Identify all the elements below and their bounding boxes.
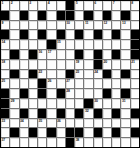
black-cell-r3c2 xyxy=(20,30,28,39)
white-cell-r11c13[interactable] xyxy=(121,109,129,118)
clue-number-28: 28 xyxy=(66,89,70,93)
clue-number-24: 24 xyxy=(94,70,98,74)
white-cell-r14c14[interactable] xyxy=(131,138,139,147)
black-cell-r1c11 xyxy=(103,11,111,20)
white-cell-r11c5[interactable] xyxy=(47,109,55,118)
black-cell-r11c0 xyxy=(1,109,9,118)
white-cell-r9c5[interactable] xyxy=(47,89,55,98)
black-cell-r7c3 xyxy=(29,70,37,79)
white-cell-r8c9[interactable] xyxy=(84,79,92,88)
clue-number-13: 13 xyxy=(122,21,126,25)
crossword-grid: 1234567891011121314151617181920212223242… xyxy=(0,0,140,148)
white-cell-r5c0[interactable] xyxy=(1,50,9,59)
white-cell-r0c9[interactable] xyxy=(84,1,92,10)
white-cell-r8c0[interactable]: 25 xyxy=(1,79,9,88)
white-cell-r2c1[interactable] xyxy=(10,21,18,30)
white-cell-r7c12[interactable] xyxy=(112,70,120,79)
white-cell-r10c5[interactable] xyxy=(47,99,55,108)
white-cell-r7c6[interactable] xyxy=(57,70,65,79)
white-cell-r2c8[interactable] xyxy=(75,21,83,30)
white-cell-r0c11[interactable] xyxy=(103,1,111,10)
white-cell-r7c0[interactable] xyxy=(1,70,9,79)
black-cell-r11c14 xyxy=(131,109,139,118)
black-cell-r5c14 xyxy=(131,50,139,59)
black-cell-r5c8 xyxy=(75,50,83,59)
white-cell-r12c6[interactable]: 36 xyxy=(57,119,65,128)
clue-number-20: 20 xyxy=(103,60,107,64)
black-cell-r4c14 xyxy=(131,40,139,49)
white-cell-r0c2[interactable] xyxy=(20,1,28,10)
black-cell-r9c2 xyxy=(20,89,28,98)
black-cell-r3c0 xyxy=(1,30,9,39)
white-cell-r14c1[interactable] xyxy=(10,138,18,147)
clue-number-23: 23 xyxy=(76,70,80,74)
white-cell-r5c7[interactable] xyxy=(66,50,74,59)
white-cell-r4c12[interactable] xyxy=(112,40,120,49)
white-cell-r2c3[interactable] xyxy=(29,21,37,30)
white-cell-r8c8[interactable] xyxy=(75,79,83,88)
black-cell-r1c0 xyxy=(1,11,9,20)
clue-number-33: 33 xyxy=(2,119,6,123)
white-cell-r8c7[interactable]: 27 xyxy=(66,79,74,88)
clue-number-6: 6 xyxy=(94,1,96,5)
white-cell-r11c1[interactable] xyxy=(10,109,18,118)
white-cell-r5c5[interactable]: 17 xyxy=(47,50,55,59)
clue-number-5: 5 xyxy=(76,1,78,5)
white-cell-r0c3[interactable]: 3 xyxy=(29,1,37,10)
clue-number-25: 25 xyxy=(2,79,6,83)
white-cell-r8c12[interactable] xyxy=(112,79,120,88)
black-cell-r1c7 xyxy=(66,11,74,20)
white-cell-r6c0[interactable]: 18 xyxy=(1,60,9,69)
white-cell-r11c9[interactable]: 32 xyxy=(84,109,92,118)
black-cell-r10c0 xyxy=(1,99,9,108)
white-cell-r8c14[interactable] xyxy=(131,79,139,88)
white-cell-r6c1[interactable] xyxy=(10,60,18,69)
black-cell-r13c7 xyxy=(66,128,74,137)
white-cell-r2c12[interactable] xyxy=(112,21,120,30)
white-cell-r8c2[interactable] xyxy=(20,79,28,88)
white-cell-r12c11[interactable] xyxy=(103,119,111,128)
white-cell-r8c6[interactable] xyxy=(57,79,65,88)
clue-number-19: 19 xyxy=(76,60,80,64)
white-cell-r2c13[interactable]: 13 xyxy=(121,21,129,30)
white-cell-r1c3[interactable] xyxy=(29,11,37,20)
white-cell-r1c12[interactable] xyxy=(112,11,120,20)
black-cell-r7c11 xyxy=(103,70,111,79)
black-cell-r11c12 xyxy=(112,109,120,118)
clue-number-4: 4 xyxy=(48,1,50,5)
black-cell-r11c6 xyxy=(57,109,65,118)
white-cell-r9c3[interactable] xyxy=(29,89,37,98)
white-cell-r4c1[interactable] xyxy=(10,40,18,49)
white-cell-r5c2[interactable] xyxy=(20,50,28,59)
white-cell-r7c2[interactable] xyxy=(20,70,28,79)
white-cell-r5c11[interactable] xyxy=(103,50,111,59)
white-cell-r0c1[interactable]: 2 xyxy=(10,1,18,10)
clue-number-11: 11 xyxy=(85,21,88,25)
black-cell-r3c8 xyxy=(75,30,83,39)
black-cell-r14c7 xyxy=(66,138,74,147)
white-cell-r10c12[interactable] xyxy=(112,99,120,108)
black-cell-r5c10 xyxy=(94,50,102,59)
black-cell-r11c10 xyxy=(94,109,102,118)
white-cell-r7c8[interactable]: 23 xyxy=(75,70,83,79)
clue-number-36: 36 xyxy=(57,119,61,123)
white-cell-r12c13[interactable] xyxy=(121,119,129,128)
black-cell-r13c3 xyxy=(29,128,37,137)
white-cell-r9c9[interactable] xyxy=(84,89,92,98)
white-cell-r14c10[interactable] xyxy=(94,138,102,147)
black-cell-r9c6 xyxy=(57,89,65,98)
white-cell-r10c10[interactable]: 30 xyxy=(94,99,102,108)
clue-number-8: 8 xyxy=(131,1,133,5)
white-cell-r1c5[interactable] xyxy=(47,11,55,20)
white-cell-r10c14[interactable] xyxy=(131,99,139,108)
black-cell-r7c7 xyxy=(66,70,74,79)
black-cell-r11c2 xyxy=(20,109,28,118)
white-cell-r13c6[interactable] xyxy=(57,128,65,137)
white-cell-r6c8[interactable]: 19 xyxy=(75,60,83,69)
white-cell-r10c1[interactable]: 29 xyxy=(10,99,18,108)
black-cell-r11c8 xyxy=(75,109,83,118)
clue-number-16: 16 xyxy=(39,50,43,54)
white-cell-r4c7[interactable] xyxy=(66,40,74,49)
white-cell-r2c14[interactable] xyxy=(131,21,139,30)
white-cell-r12c9[interactable] xyxy=(84,119,92,128)
white-cell-r7c10[interactable]: 24 xyxy=(94,70,102,79)
white-cell-r10c6[interactable] xyxy=(57,99,65,108)
white-cell-r12c4[interactable]: 35 xyxy=(38,119,46,128)
white-cell-r1c1[interactable] xyxy=(10,11,18,20)
black-cell-r5c3 xyxy=(29,50,37,59)
black-cell-r9c13 xyxy=(121,89,129,98)
clue-number-37: 37 xyxy=(2,138,6,142)
black-cell-r4c5 xyxy=(47,40,55,49)
white-cell-r0c4[interactable] xyxy=(38,1,46,10)
white-cell-r14c3[interactable] xyxy=(29,138,37,147)
white-cell-r0c6[interactable] xyxy=(57,1,65,10)
white-cell-r5c9[interactable] xyxy=(84,50,92,59)
white-cell-r6c13[interactable] xyxy=(121,60,129,69)
black-cell-r13c1 xyxy=(10,128,18,137)
white-cell-r0c14[interactable]: 8 xyxy=(131,1,139,10)
white-cell-r14c5[interactable] xyxy=(47,138,55,147)
clue-number-12: 12 xyxy=(103,21,107,25)
clue-number-7: 7 xyxy=(113,1,115,5)
clue-number-22: 22 xyxy=(39,70,43,74)
white-cell-r2c9[interactable]: 11 xyxy=(84,21,92,30)
black-cell-r1c2 xyxy=(20,11,28,20)
black-cell-r3c4 xyxy=(38,30,46,39)
black-cell-r13c8 xyxy=(75,128,83,137)
black-cell-r13c5 xyxy=(47,128,55,137)
white-cell-r14c2[interactable] xyxy=(20,138,28,147)
white-cell-r0c0[interactable]: 1 xyxy=(1,1,9,10)
black-cell-r3c10 xyxy=(94,30,102,39)
white-cell-r13c2[interactable] xyxy=(20,128,28,137)
clue-number-30: 30 xyxy=(94,99,98,103)
white-cell-r8c3[interactable] xyxy=(29,79,37,88)
black-cell-r13c10 xyxy=(94,128,102,137)
white-cell-r6c7[interactable] xyxy=(66,60,74,69)
white-cell-r13c11[interactable] xyxy=(103,128,111,137)
clue-number-29: 29 xyxy=(11,99,15,103)
clue-number-14: 14 xyxy=(2,40,6,44)
white-cell-r11c7[interactable] xyxy=(66,109,74,118)
white-cell-r4c6[interactable]: 15 xyxy=(57,40,65,49)
black-cell-r3c6 xyxy=(57,30,65,39)
white-cell-r11c3[interactable] xyxy=(29,109,37,118)
black-cell-r3c14 xyxy=(131,30,139,39)
white-cell-r6c11[interactable]: 20 xyxy=(103,60,111,69)
white-cell-r14c12[interactable] xyxy=(112,138,120,147)
white-cell-r9c7[interactable]: 28 xyxy=(66,89,74,98)
black-cell-r11c4 xyxy=(38,109,46,118)
black-cell-r1c9 xyxy=(84,11,92,20)
white-cell-r14c8[interactable]: 38 xyxy=(75,138,83,147)
white-cell-r12c1[interactable] xyxy=(10,119,18,128)
white-cell-r3c5[interactable] xyxy=(47,30,55,39)
white-cell-r13c9[interactable] xyxy=(84,128,92,137)
white-cell-r7c14[interactable] xyxy=(131,70,139,79)
white-cell-r0c5[interactable]: 4 xyxy=(47,1,55,10)
white-cell-r2c4[interactable] xyxy=(38,21,46,30)
clue-number-35: 35 xyxy=(39,119,43,123)
white-cell-r8c1[interactable] xyxy=(10,79,18,88)
black-cell-r6c10 xyxy=(94,60,102,69)
white-cell-r10c13[interactable]: 31 xyxy=(121,99,129,108)
black-cell-r13c14 xyxy=(131,128,139,137)
white-cell-r2c0[interactable]: 9 xyxy=(1,21,9,30)
black-cell-r0c7 xyxy=(66,1,74,10)
white-cell-r4c0[interactable]: 14 xyxy=(1,40,9,49)
white-cell-r4c8[interactable] xyxy=(75,40,83,49)
white-cell-r10c8[interactable] xyxy=(75,99,83,108)
clue-number-27: 27 xyxy=(66,79,70,83)
white-cell-r6c6[interactable] xyxy=(57,60,65,69)
white-cell-r3c9[interactable] xyxy=(84,30,92,39)
clue-number-9: 9 xyxy=(2,21,4,25)
white-cell-r12c0[interactable]: 33 xyxy=(1,119,9,128)
white-cell-r10c3[interactable] xyxy=(29,99,37,108)
white-cell-r4c9[interactable] xyxy=(84,40,92,49)
white-cell-r4c10[interactable] xyxy=(94,40,102,49)
white-cell-r14c11[interactable] xyxy=(103,138,111,147)
white-cell-r13c13[interactable] xyxy=(121,128,129,137)
white-cell-r6c9[interactable] xyxy=(84,60,92,69)
white-cell-r8c11[interactable] xyxy=(103,79,111,88)
white-cell-r8c5[interactable]: 26 xyxy=(47,79,55,88)
clue-number-1: 1 xyxy=(2,1,4,5)
white-cell-r13c4[interactable] xyxy=(38,128,46,137)
white-cell-r14c6[interactable] xyxy=(57,138,65,147)
white-cell-r6c4[interactable] xyxy=(38,60,46,69)
white-cell-r14c4[interactable] xyxy=(38,138,46,147)
white-cell-r12c2[interactable]: 34 xyxy=(20,119,28,128)
white-cell-r1c8[interactable] xyxy=(75,11,83,20)
white-cell-r12c5[interactable] xyxy=(47,119,55,128)
clue-number-31: 31 xyxy=(122,99,126,103)
clue-number-18: 18 xyxy=(2,60,6,64)
white-cell-r6c12[interactable] xyxy=(112,60,120,69)
white-cell-r11c11[interactable] xyxy=(103,109,111,118)
white-cell-r10c2[interactable] xyxy=(20,99,28,108)
white-cell-r0c13[interactable] xyxy=(121,1,129,10)
white-cell-r4c13[interactable] xyxy=(121,40,129,49)
black-cell-r5c12 xyxy=(112,50,120,59)
white-cell-r4c2[interactable] xyxy=(20,40,28,49)
white-cell-r9c14[interactable] xyxy=(131,89,139,98)
white-cell-r14c13[interactable] xyxy=(121,138,129,147)
white-cell-r12c8[interactable] xyxy=(75,119,83,128)
white-cell-r7c9[interactable] xyxy=(84,70,92,79)
clue-number-38: 38 xyxy=(76,138,80,142)
black-cell-r1c6 xyxy=(57,11,65,20)
white-cell-r0c10[interactable]: 6 xyxy=(94,1,102,10)
white-cell-r2c11[interactable]: 12 xyxy=(103,21,111,30)
white-cell-r2c5[interactable] xyxy=(47,21,55,30)
crossword-puzzle: 1234567891011121314151617181920212223242… xyxy=(0,0,140,148)
clue-number-15: 15 xyxy=(57,40,61,44)
white-cell-r5c4[interactable]: 16 xyxy=(38,50,46,59)
white-cell-r2c2[interactable] xyxy=(20,21,28,30)
white-cell-r12c7[interactable] xyxy=(66,119,74,128)
white-cell-r14c9[interactable] xyxy=(84,138,92,147)
white-cell-r10c4[interactable] xyxy=(38,99,46,108)
black-cell-r13c12 xyxy=(112,128,120,137)
white-cell-r6c14[interactable]: 21 xyxy=(131,60,139,69)
white-cell-r6c3[interactable] xyxy=(29,60,37,69)
white-cell-r2c7[interactable]: 10 xyxy=(66,21,74,30)
black-cell-r9c4 xyxy=(38,89,46,98)
clue-number-34: 34 xyxy=(20,119,24,123)
white-cell-r14c0[interactable]: 37 xyxy=(1,138,9,147)
clue-number-26: 26 xyxy=(48,79,52,83)
white-cell-r4c4[interactable] xyxy=(38,40,46,49)
white-cell-r0c12[interactable]: 7 xyxy=(112,1,120,10)
white-cell-r9c12[interactable] xyxy=(112,89,120,98)
black-cell-r1c13 xyxy=(121,11,129,20)
white-cell-r8c10[interactable] xyxy=(94,79,102,88)
black-cell-r9c11 xyxy=(103,89,111,98)
white-cell-r10c7[interactable] xyxy=(66,99,74,108)
black-cell-r7c1 xyxy=(10,70,18,79)
clue-number-17: 17 xyxy=(48,50,52,54)
white-cell-r7c4[interactable]: 22 xyxy=(38,70,46,79)
white-cell-r3c11[interactable] xyxy=(103,30,111,39)
white-cell-r9c10[interactable] xyxy=(94,89,102,98)
white-cell-r4c11[interactable] xyxy=(103,40,111,49)
white-cell-r2c6[interactable] xyxy=(57,21,65,30)
clue-number-32: 32 xyxy=(85,109,89,113)
white-cell-r6c2[interactable] xyxy=(20,60,28,69)
white-cell-r3c1[interactable] xyxy=(10,30,18,39)
white-cell-r7c5[interactable] xyxy=(47,70,55,79)
clue-number-3: 3 xyxy=(29,1,31,5)
white-cell-r0c8[interactable]: 5 xyxy=(75,1,83,10)
white-cell-r5c13[interactable] xyxy=(121,50,129,59)
black-cell-r3c12 xyxy=(112,30,120,39)
clue-number-21: 21 xyxy=(131,60,135,64)
black-cell-r8c4 xyxy=(38,79,46,88)
white-cell-r12c10[interactable] xyxy=(94,119,102,128)
white-cell-r3c3[interactable] xyxy=(29,30,37,39)
black-cell-r9c0 xyxy=(1,89,9,98)
white-cell-r12c14[interactable] xyxy=(131,119,139,128)
white-cell-r3c7[interactable] xyxy=(66,30,74,39)
white-cell-r12c3[interactable] xyxy=(29,119,37,128)
white-cell-r5c6[interactable] xyxy=(57,50,65,59)
black-cell-r1c4 xyxy=(38,11,46,20)
white-cell-r13c0[interactable] xyxy=(1,128,9,137)
black-cell-r5c1 xyxy=(10,50,18,59)
white-cell-r1c14[interactable] xyxy=(131,11,139,20)
clue-number-10: 10 xyxy=(66,21,70,25)
white-cell-r1c10[interactable] xyxy=(94,11,102,20)
white-cell-r10c11[interactable] xyxy=(103,99,111,108)
white-cell-r2c10[interactable] xyxy=(94,21,102,30)
white-cell-r4c3[interactable] xyxy=(29,40,37,49)
black-cell-r10c9 xyxy=(84,99,92,108)
white-cell-r9c8[interactable] xyxy=(75,89,83,98)
white-cell-r6c5[interactable] xyxy=(47,60,55,69)
white-cell-r8c13[interactable] xyxy=(121,79,129,88)
black-cell-r7c13 xyxy=(121,70,129,79)
white-cell-r3c13[interactable] xyxy=(121,30,129,39)
clue-number-2: 2 xyxy=(11,1,13,5)
white-cell-r9c1[interactable] xyxy=(10,89,18,98)
white-cell-r12c12[interactable] xyxy=(112,119,120,128)
